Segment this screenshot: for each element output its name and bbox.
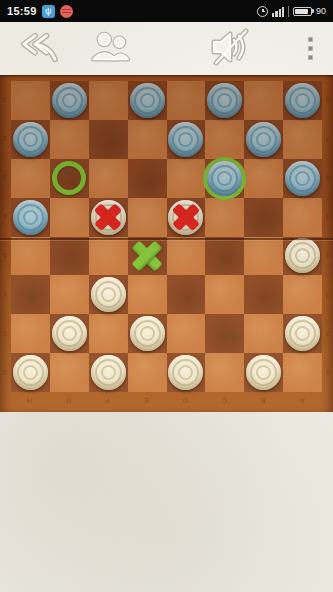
square-h1[interactable]	[283, 353, 322, 392]
app-screen: 15:59 ψ 90	[0, 0, 333, 592]
white-piece[interactable]	[130, 316, 165, 351]
signal-strength-icon	[272, 6, 284, 17]
toolbar	[0, 22, 333, 75]
white-piece[interactable]	[285, 238, 320, 273]
rank-label-left: 2	[3, 135, 7, 142]
square-a7[interactable]	[11, 120, 50, 159]
square-b8[interactable]	[50, 81, 89, 120]
square-e7[interactable]	[167, 120, 206, 159]
blue-piece[interactable]	[285, 161, 320, 196]
sound-mute-button[interactable]	[205, 22, 255, 75]
square-h6[interactable]	[283, 159, 322, 198]
status-bar: 15:59 ψ 90	[0, 0, 333, 22]
square-h5[interactable]	[283, 198, 322, 237]
square-a8[interactable]	[11, 81, 50, 120]
empty-lower-area	[0, 412, 333, 592]
square-g1[interactable]	[244, 353, 283, 392]
blue-piece[interactable]	[285, 83, 320, 118]
square-d1[interactable]	[128, 353, 167, 392]
white-piece[interactable]	[246, 355, 281, 390]
square-a2[interactable]	[11, 314, 50, 353]
square-h3[interactable]	[283, 275, 322, 314]
status-left: 15:59 ψ	[7, 5, 73, 18]
rank-label-right: 6	[326, 174, 330, 181]
square-f5[interactable]	[205, 198, 244, 237]
square-d7[interactable]	[128, 120, 167, 159]
white-piece[interactable]	[13, 355, 48, 390]
capture-x-icon	[168, 200, 203, 235]
overflow-menu-button[interactable]	[295, 22, 325, 75]
blue-piece[interactable]	[168, 122, 203, 157]
square-a5[interactable]	[11, 198, 50, 237]
rank-label-left: 7	[3, 330, 7, 337]
clock-time: 15:59	[7, 5, 37, 17]
square-f1[interactable]	[205, 353, 244, 392]
rank-label-left: 3	[3, 174, 7, 181]
square-c2[interactable]	[89, 314, 128, 353]
square-e8[interactable]	[167, 81, 206, 120]
square-e3[interactable]	[167, 275, 206, 314]
capture-x-icon	[91, 200, 126, 235]
square-c3[interactable]	[89, 275, 128, 314]
status-divider	[288, 6, 289, 17]
battery-icon	[293, 7, 312, 16]
rank-label-right: 1	[326, 369, 330, 376]
square-c4[interactable]	[89, 237, 128, 276]
file-label: C	[222, 397, 227, 404]
blue-piece[interactable]	[207, 83, 242, 118]
square-b7[interactable]	[50, 120, 89, 159]
square-g5[interactable]	[244, 198, 283, 237]
rank-label-left: 8	[3, 369, 7, 376]
square-d3[interactable]	[128, 275, 167, 314]
square-g8[interactable]	[244, 81, 283, 120]
square-f2[interactable]	[205, 314, 244, 353]
square-h7[interactable]	[283, 120, 322, 159]
two-players-icon	[90, 30, 130, 67]
psi-app-icon: ψ	[42, 5, 55, 18]
square-d6[interactable]	[128, 159, 167, 198]
square-g2[interactable]	[244, 314, 283, 353]
square-b6[interactable]	[50, 159, 89, 198]
notification-icon	[60, 5, 73, 18]
file-label: G	[66, 397, 71, 404]
selected-blue-piece[interactable]	[207, 161, 242, 196]
square-d8[interactable]	[128, 81, 167, 120]
square-f4[interactable]	[205, 237, 244, 276]
white-piece[interactable]	[285, 316, 320, 351]
rank-label-right: 2	[326, 330, 330, 337]
undo-back-button[interactable]	[8, 22, 68, 75]
landing-square-x-marker[interactable]	[130, 238, 165, 273]
white-piece[interactable]	[52, 316, 87, 351]
square-g6[interactable]	[244, 159, 283, 198]
blue-piece[interactable]	[13, 122, 48, 157]
square-c5[interactable]	[89, 198, 128, 237]
rank-label-right: 7	[326, 135, 330, 142]
blue-piece[interactable]	[246, 122, 281, 157]
status-right: 90	[257, 6, 326, 17]
square-h4[interactable]	[283, 237, 322, 276]
square-g7[interactable]	[244, 120, 283, 159]
muted-speaker-icon	[208, 28, 252, 69]
square-e2[interactable]	[167, 314, 206, 353]
square-b1[interactable]	[50, 353, 89, 392]
rank-label-right: 3	[326, 291, 330, 298]
battery-percent: 90	[316, 6, 326, 16]
square-d4[interactable]	[128, 237, 167, 276]
green-x-icon	[130, 238, 165, 273]
alarm-icon	[257, 6, 268, 17]
square-b5[interactable]	[50, 198, 89, 237]
blue-piece[interactable]	[52, 83, 87, 118]
rank-label-right: 5	[326, 213, 330, 220]
capture-target-white-piece[interactable]	[168, 200, 203, 235]
square-c1[interactable]	[89, 353, 128, 392]
square-g4[interactable]	[244, 237, 283, 276]
file-label: D	[183, 397, 188, 404]
file-label: F	[105, 397, 109, 404]
rank-label-left: 5	[3, 252, 7, 259]
board-grid	[11, 81, 322, 392]
players-button[interactable]	[85, 22, 135, 75]
file-label: B	[261, 397, 266, 404]
square-e5[interactable]	[167, 198, 206, 237]
square-e6[interactable]	[167, 159, 206, 198]
square-c6[interactable]	[89, 159, 128, 198]
rank-label-left: 1	[3, 96, 7, 103]
file-label: A	[300, 397, 305, 404]
rank-label-right: 4	[326, 252, 330, 259]
square-c8[interactable]	[89, 81, 128, 120]
file-label: E	[144, 397, 149, 404]
square-d5[interactable]	[128, 198, 167, 237]
square-g3[interactable]	[244, 275, 283, 314]
square-c7[interactable]	[89, 120, 128, 159]
capture-target-white-piece[interactable]	[91, 200, 126, 235]
square-f6[interactable]	[205, 159, 244, 198]
square-a4[interactable]	[11, 237, 50, 276]
file-label: H	[27, 397, 32, 404]
square-f7[interactable]	[205, 120, 244, 159]
square-b4[interactable]	[50, 237, 89, 276]
white-piece[interactable]	[91, 355, 126, 390]
square-e1[interactable]	[167, 353, 206, 392]
checkers-board: HGFEDCBA1234567887654321	[0, 75, 333, 412]
square-b2[interactable]	[50, 314, 89, 353]
square-h2[interactable]	[283, 314, 322, 353]
rank-label-left: 4	[3, 213, 7, 220]
rank-label-left: 6	[3, 291, 7, 298]
white-piece[interactable]	[168, 355, 203, 390]
square-a1[interactable]	[11, 353, 50, 392]
square-f3[interactable]	[205, 275, 244, 314]
square-h8[interactable]	[283, 81, 322, 120]
square-f8[interactable]	[205, 81, 244, 120]
square-b3[interactable]	[50, 275, 89, 314]
vertical-dots-menu-icon	[308, 37, 313, 60]
square-e4[interactable]	[167, 237, 206, 276]
blue-piece[interactable]	[13, 200, 48, 235]
landing-square-circle-marker[interactable]	[52, 161, 86, 195]
blue-piece[interactable]	[130, 83, 165, 118]
square-d2[interactable]	[128, 314, 167, 353]
white-piece[interactable]	[91, 277, 126, 312]
double-back-arrow-icon	[15, 30, 61, 67]
rank-label-right: 8	[326, 96, 330, 103]
square-a3[interactable]	[11, 275, 50, 314]
square-a6[interactable]	[11, 159, 50, 198]
